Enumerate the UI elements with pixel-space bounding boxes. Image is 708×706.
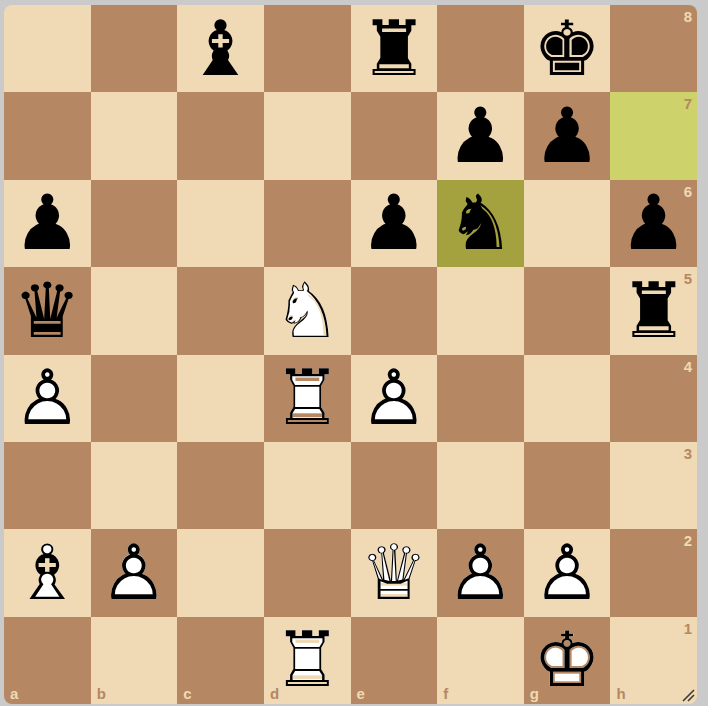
piece-black-king[interactable]: ♚ [524, 5, 611, 92]
square-c8[interactable]: ♝ [177, 5, 264, 92]
resize-handle-icon[interactable] [680, 687, 695, 702]
piece-white-knight[interactable]: ♞♘ [264, 267, 351, 354]
square-h4[interactable]: 4 [610, 355, 697, 442]
square-e1[interactable]: e [351, 617, 438, 704]
piece-white-king[interactable]: ♚♔ [524, 617, 611, 704]
square-b4[interactable] [91, 355, 178, 442]
white-knight-outline-glyph: ♘ [264, 267, 351, 354]
piece-white-pawn[interactable]: ♟♙ [351, 355, 438, 442]
square-e8[interactable]: ♜ [351, 5, 438, 92]
square-f6[interactable]: ♞ [437, 180, 524, 267]
square-b5[interactable] [91, 267, 178, 354]
square-c6[interactable] [177, 180, 264, 267]
black-pawn-glyph: ♟ [351, 180, 438, 267]
file-label-f: f [443, 686, 448, 701]
piece-white-pawn[interactable]: ♟♙ [437, 529, 524, 616]
square-g7[interactable]: ♟ [524, 92, 611, 179]
white-pawn-outline-glyph: ♙ [437, 529, 524, 616]
piece-black-pawn[interactable]: ♟ [610, 180, 697, 267]
square-f3[interactable] [437, 442, 524, 529]
white-rook-outline-glyph: ♖ [264, 355, 351, 442]
square-f1[interactable]: f [437, 617, 524, 704]
white-pawn-outline-glyph: ♙ [4, 355, 91, 442]
black-pawn-glyph: ♟ [437, 92, 524, 179]
rank-label-8: 8 [684, 9, 692, 24]
piece-white-pawn[interactable]: ♟♙ [4, 355, 91, 442]
square-a7[interactable] [4, 92, 91, 179]
square-h1[interactable]: 1h [610, 617, 697, 704]
square-g8[interactable]: ♚ [524, 5, 611, 92]
file-label-h: h [616, 686, 625, 701]
square-h6[interactable]: 6♟ [610, 180, 697, 267]
square-c7[interactable] [177, 92, 264, 179]
rank-label-2: 2 [684, 533, 692, 548]
square-b8[interactable] [91, 5, 178, 92]
rank-label-7: 7 [684, 96, 692, 111]
piece-white-bishop[interactable]: ♝♗ [4, 529, 91, 616]
file-label-c: c [183, 686, 191, 701]
square-e3[interactable] [351, 442, 438, 529]
black-queen-glyph: ♛ [4, 267, 91, 354]
black-pawn-glyph: ♟ [524, 92, 611, 179]
piece-black-pawn[interactable]: ♟ [524, 92, 611, 179]
file-label-a: a [10, 686, 18, 701]
square-e7[interactable] [351, 92, 438, 179]
square-b3[interactable] [91, 442, 178, 529]
square-g3[interactable] [524, 442, 611, 529]
square-b6[interactable] [91, 180, 178, 267]
white-king-outline-glyph: ♔ [524, 617, 611, 704]
square-c5[interactable] [177, 267, 264, 354]
square-h7[interactable]: 7 [610, 92, 697, 179]
square-d1[interactable]: d♜♖ [264, 617, 351, 704]
square-f8[interactable] [437, 5, 524, 92]
square-e6[interactable]: ♟ [351, 180, 438, 267]
square-f4[interactable] [437, 355, 524, 442]
file-label-e: e [357, 686, 365, 701]
white-rook-outline-glyph: ♖ [264, 617, 351, 704]
white-pawn-outline-glyph: ♙ [91, 529, 178, 616]
white-queen-outline-glyph: ♕ [351, 529, 438, 616]
square-h5[interactable]: 5♜ [610, 267, 697, 354]
rank-label-1: 1 [684, 621, 692, 636]
rank-label-4: 4 [684, 359, 692, 374]
page: { "game": "chess", "position": { "fen": … [0, 0, 708, 706]
black-knight-glyph: ♞ [437, 180, 524, 267]
piece-white-queen[interactable]: ♛♕ [351, 529, 438, 616]
square-h3[interactable]: 3 [610, 442, 697, 529]
black-pawn-glyph: ♟ [4, 180, 91, 267]
file-label-b: b [97, 686, 106, 701]
square-a1[interactable]: a [4, 617, 91, 704]
square-b1[interactable]: b [91, 617, 178, 704]
piece-black-queen[interactable]: ♛ [4, 267, 91, 354]
square-a2[interactable]: ♝♗ [4, 529, 91, 616]
piece-white-rook[interactable]: ♜♖ [264, 355, 351, 442]
white-bishop-outline-glyph: ♗ [4, 529, 91, 616]
square-c3[interactable] [177, 442, 264, 529]
square-e5[interactable] [351, 267, 438, 354]
piece-black-knight[interactable]: ♞ [437, 180, 524, 267]
piece-black-pawn[interactable]: ♟ [351, 180, 438, 267]
square-b2[interactable]: ♟♙ [91, 529, 178, 616]
piece-black-rook[interactable]: ♜ [610, 267, 697, 354]
white-pawn-outline-glyph: ♙ [524, 529, 611, 616]
square-g4[interactable] [524, 355, 611, 442]
square-f2[interactable]: ♟♙ [437, 529, 524, 616]
square-a4[interactable]: ♟♙ [4, 355, 91, 442]
square-d5[interactable]: ♞♘ [264, 267, 351, 354]
square-g6[interactable] [524, 180, 611, 267]
square-c2[interactable] [177, 529, 264, 616]
square-h2[interactable]: 2 [610, 529, 697, 616]
square-h8[interactable]: 8 [610, 5, 697, 92]
square-f7[interactable]: ♟ [437, 92, 524, 179]
black-rook-glyph: ♜ [610, 267, 697, 354]
piece-black-pawn[interactable]: ♟ [437, 92, 524, 179]
square-d8[interactable] [264, 5, 351, 92]
square-a6[interactable]: ♟ [4, 180, 91, 267]
square-e4[interactable]: ♟♙ [351, 355, 438, 442]
white-pawn-outline-glyph: ♙ [351, 355, 438, 442]
square-d6[interactable] [264, 180, 351, 267]
square-d4[interactable]: ♜♖ [264, 355, 351, 442]
square-g1[interactable]: g♚♔ [524, 617, 611, 704]
square-d3[interactable] [264, 442, 351, 529]
square-g5[interactable] [524, 267, 611, 354]
rank-label-3: 3 [684, 446, 692, 461]
square-d2[interactable] [264, 529, 351, 616]
square-a5[interactable]: ♛ [4, 267, 91, 354]
black-king-glyph: ♚ [524, 5, 611, 92]
square-b7[interactable] [91, 92, 178, 179]
black-bishop-glyph: ♝ [177, 5, 264, 92]
piece-white-pawn[interactable]: ♟♙ [524, 529, 611, 616]
piece-black-pawn[interactable]: ♟ [4, 180, 91, 267]
piece-white-rook[interactable]: ♜♖ [264, 617, 351, 704]
black-pawn-glyph: ♟ [610, 180, 697, 267]
square-d7[interactable] [264, 92, 351, 179]
square-c4[interactable] [177, 355, 264, 442]
square-a3[interactable] [4, 442, 91, 529]
square-f5[interactable] [437, 267, 524, 354]
piece-black-bishop[interactable]: ♝ [177, 5, 264, 92]
square-c1[interactable]: c [177, 617, 264, 704]
square-e2[interactable]: ♛♕ [351, 529, 438, 616]
chess-board: ♝♜♚8♟♟7♟♟♞6♟♛♞♘5♜♟♙♜♖♟♙43♝♗♟♙♛♕♟♙♟♙2abcd… [4, 5, 697, 704]
square-g2[interactable]: ♟♙ [524, 529, 611, 616]
black-rook-glyph: ♜ [351, 5, 438, 92]
square-a8[interactable] [4, 5, 91, 92]
piece-black-rook[interactable]: ♜ [351, 5, 438, 92]
piece-white-pawn[interactable]: ♟♙ [91, 529, 178, 616]
